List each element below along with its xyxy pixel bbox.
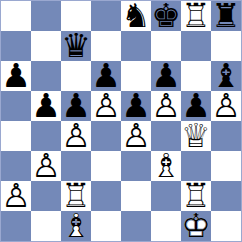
square-d8[interactable] [91, 1, 121, 31]
piece-white-pawn[interactable]: ♟♙ [1, 181, 31, 211]
piece-white-pawn[interactable]: ♟♙ [151, 91, 181, 121]
square-g4[interactable]: ♛♕ [181, 121, 211, 151]
piece-white-bishop[interactable]: ♝♗ [61, 211, 91, 241]
piece-white-queen[interactable]: ♛♕ [181, 121, 211, 151]
piece-black-king[interactable]: ♚ [151, 1, 181, 31]
square-b7[interactable] [31, 31, 61, 61]
square-a8[interactable] [1, 1, 31, 31]
square-g8[interactable]: ♜♖ [181, 1, 211, 31]
piece-black-queen[interactable]: ♛ [61, 31, 91, 61]
square-h3[interactable] [211, 151, 241, 181]
chess-board: ♞♚♜♖♜♛♟♟♟♝♟♟♟♙♟♟♙♟♟♙♟♙♟♙♛♕♟♙♝♗♟♙♜♖♜♖♝♗♚♔ [0, 0, 242, 242]
square-b3[interactable]: ♟♙ [31, 151, 61, 181]
piece-glyph-outline: ♙ [61, 121, 91, 151]
square-c4[interactable]: ♟♙ [61, 121, 91, 151]
square-e7[interactable] [121, 31, 151, 61]
square-e8[interactable]: ♞ [121, 1, 151, 31]
square-a2[interactable]: ♟♙ [1, 181, 31, 211]
square-a4[interactable] [1, 121, 31, 151]
square-d3[interactable] [91, 151, 121, 181]
square-a1[interactable] [1, 211, 31, 241]
square-b5[interactable]: ♟ [31, 91, 61, 121]
piece-glyph-outline: ♙ [91, 91, 121, 121]
square-a5[interactable] [1, 91, 31, 121]
piece-glyph-outline: ♙ [151, 91, 181, 121]
square-e2[interactable] [121, 181, 151, 211]
piece-glyph-outline: ♗ [151, 151, 181, 181]
square-e3[interactable] [121, 151, 151, 181]
square-g1[interactable]: ♚♔ [181, 211, 211, 241]
square-b2[interactable] [31, 181, 61, 211]
piece-glyph-fill: ♛ [61, 31, 91, 61]
piece-glyph-outline: ♕ [181, 121, 211, 151]
square-c7[interactable]: ♛ [61, 31, 91, 61]
piece-glyph-fill: ♟ [31, 91, 61, 121]
square-a6[interactable]: ♟ [1, 61, 31, 91]
square-f1[interactable] [151, 211, 181, 241]
piece-glyph-outline: ♔ [181, 211, 211, 241]
square-h8[interactable]: ♜ [211, 1, 241, 31]
piece-glyph-outline: ♗ [61, 211, 91, 241]
square-d5[interactable]: ♟♙ [91, 91, 121, 121]
piece-glyph-outline: ♙ [211, 91, 241, 121]
piece-white-bishop[interactable]: ♝♗ [151, 151, 181, 181]
piece-glyph-fill: ♜ [211, 1, 241, 31]
piece-glyph-fill: ♞ [121, 1, 151, 31]
piece-white-rook[interactable]: ♜♖ [181, 1, 211, 31]
piece-white-king[interactable]: ♚♔ [181, 211, 211, 241]
square-h2[interactable] [211, 181, 241, 211]
square-b1[interactable] [31, 211, 61, 241]
square-h1[interactable] [211, 211, 241, 241]
square-h4[interactable] [211, 121, 241, 151]
square-f2[interactable] [151, 181, 181, 211]
piece-white-pawn[interactable]: ♟♙ [31, 151, 61, 181]
square-f3[interactable]: ♝♗ [151, 151, 181, 181]
piece-glyph-fill: ♚ [151, 1, 181, 31]
piece-black-knight[interactable]: ♞ [121, 1, 151, 31]
piece-white-pawn[interactable]: ♟♙ [211, 91, 241, 121]
square-d4[interactable] [91, 121, 121, 151]
square-c1[interactable]: ♝♗ [61, 211, 91, 241]
square-e1[interactable] [121, 211, 151, 241]
square-h5[interactable]: ♟♙ [211, 91, 241, 121]
square-d1[interactable] [91, 211, 121, 241]
piece-white-pawn[interactable]: ♟♙ [61, 121, 91, 151]
square-b8[interactable] [31, 1, 61, 31]
square-d2[interactable] [91, 181, 121, 211]
square-f5[interactable]: ♟♙ [151, 91, 181, 121]
square-e4[interactable]: ♟♙ [121, 121, 151, 151]
piece-black-pawn[interactable]: ♟ [1, 61, 31, 91]
square-g7[interactable] [181, 31, 211, 61]
piece-glyph-outline: ♖ [181, 1, 211, 31]
piece-black-pawn[interactable]: ♟ [31, 91, 61, 121]
piece-glyph-outline: ♙ [31, 151, 61, 181]
piece-glyph-outline: ♙ [121, 121, 151, 151]
square-f8[interactable]: ♚ [151, 1, 181, 31]
piece-black-rook[interactable]: ♜ [211, 1, 241, 31]
piece-glyph-fill: ♟ [1, 61, 31, 91]
piece-white-pawn[interactable]: ♟♙ [91, 91, 121, 121]
piece-glyph-outline: ♙ [1, 181, 31, 211]
piece-white-pawn[interactable]: ♟♙ [121, 121, 151, 151]
